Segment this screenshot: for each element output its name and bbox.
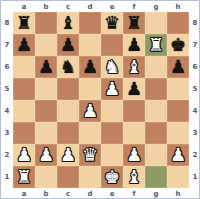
- square-b1[interactable]: [35, 166, 57, 188]
- square-d7[interactable]: [79, 34, 101, 56]
- file-label-d: d: [87, 190, 92, 198]
- square-c7[interactable]: ♟: [57, 34, 79, 56]
- square-g7[interactable]: ♜: [145, 34, 167, 56]
- square-d3[interactable]: [79, 122, 101, 144]
- white-pawn: ♟: [38, 144, 54, 166]
- file-label-e: e: [110, 190, 115, 198]
- black-pawn: ♟: [126, 34, 142, 56]
- square-f2[interactable]: ♟: [123, 144, 145, 166]
- square-a5[interactable]: [13, 78, 35, 100]
- rank-label-1: 1: [5, 173, 10, 181]
- file-labels-top: abcdefgh: [13, 1, 189, 12]
- square-d6[interactable]: ♟: [79, 56, 101, 78]
- square-a3[interactable]: [13, 122, 35, 144]
- square-b6[interactable]: ♟: [35, 56, 57, 78]
- square-c2[interactable]: ♟: [57, 144, 79, 166]
- rank-label-8: 8: [5, 19, 10, 27]
- square-d4[interactable]: ♟: [79, 100, 101, 122]
- square-c4[interactable]: [57, 100, 79, 122]
- square-g6[interactable]: [145, 56, 167, 78]
- square-a7[interactable]: ♟: [13, 34, 35, 56]
- file-label-f: f: [132, 3, 135, 11]
- square-e2[interactable]: [101, 144, 123, 166]
- file-label-b: b: [43, 3, 48, 11]
- file-label-c: c: [66, 190, 70, 198]
- white-knight: ♞: [104, 56, 120, 78]
- square-e3[interactable]: [101, 122, 123, 144]
- square-g5[interactable]: [145, 78, 167, 100]
- rank-label-6: 6: [5, 63, 10, 71]
- rank-label-3: 3: [5, 129, 10, 137]
- black-pawn: ♟: [170, 56, 186, 78]
- square-h1[interactable]: [167, 166, 189, 188]
- white-rook: ♜: [16, 166, 32, 188]
- black-pawn: ♟: [82, 56, 98, 78]
- white-pawn: ♟: [82, 100, 98, 122]
- white-king: ♚: [104, 166, 120, 188]
- square-a8[interactable]: ♜: [13, 12, 35, 34]
- rank-label-4: 4: [193, 107, 198, 115]
- square-h5[interactable]: [167, 78, 189, 100]
- rank-labels-right: 87654321: [189, 12, 200, 188]
- square-e4[interactable]: [101, 100, 123, 122]
- black-queen: ♛: [104, 12, 120, 34]
- file-label-a: a: [22, 190, 27, 198]
- square-b8[interactable]: [35, 12, 57, 34]
- square-e8[interactable]: ♛: [101, 12, 123, 34]
- file-label-d: d: [87, 3, 92, 11]
- black-pawn: ♟: [16, 34, 32, 56]
- square-e5[interactable]: ♟: [101, 78, 123, 100]
- white-pawn: ♟: [104, 78, 120, 100]
- rank-label-8: 8: [193, 19, 198, 27]
- white-rook: ♜: [148, 34, 164, 56]
- square-g3[interactable]: [145, 122, 167, 144]
- square-g4[interactable]: [145, 100, 167, 122]
- black-rook: ♜: [16, 12, 32, 34]
- rank-label-7: 7: [5, 41, 10, 49]
- square-g1[interactable]: [145, 166, 167, 188]
- square-f7[interactable]: ♟: [123, 34, 145, 56]
- file-label-b: b: [43, 190, 48, 198]
- rank-label-1: 1: [193, 173, 198, 181]
- square-a4[interactable]: [13, 100, 35, 122]
- rank-label-2: 2: [193, 151, 198, 159]
- rank-label-7: 7: [193, 41, 198, 49]
- square-h4[interactable]: [167, 100, 189, 122]
- black-bishop: ♝: [60, 12, 76, 34]
- square-b5[interactable]: [35, 78, 57, 100]
- chess-diagram: abcdefgh 87654321 ♜♝♛♜♟♟♟♜♚♟♞♟♞♝♟♟♟♟♟♟♟♛…: [0, 0, 200, 199]
- square-d2[interactable]: ♛: [79, 144, 101, 166]
- file-labels-bottom: abcdefgh: [13, 188, 189, 199]
- square-f1[interactable]: ♝: [123, 166, 145, 188]
- square-a1[interactable]: ♜: [13, 166, 35, 188]
- chess-board: ♜♝♛♜♟♟♟♜♚♟♞♟♞♝♟♟♟♟♟♟♟♛♟♟♜♚♝: [13, 12, 189, 188]
- black-pawn: ♟: [126, 78, 142, 100]
- square-h7[interactable]: ♚: [167, 34, 189, 56]
- black-rook: ♜: [126, 12, 142, 34]
- square-e6[interactable]: ♞: [101, 56, 123, 78]
- square-b2[interactable]: ♟: [35, 144, 57, 166]
- square-d5[interactable]: [79, 78, 101, 100]
- white-queen: ♛: [82, 144, 98, 166]
- rank-label-2: 2: [5, 151, 10, 159]
- file-label-h: h: [176, 190, 181, 198]
- square-a2[interactable]: ♟: [13, 144, 35, 166]
- square-g8[interactable]: [145, 12, 167, 34]
- rank-label-3: 3: [193, 129, 198, 137]
- square-f8[interactable]: ♜: [123, 12, 145, 34]
- file-label-e: e: [110, 3, 115, 11]
- square-c1[interactable]: [57, 166, 79, 188]
- square-c8[interactable]: ♝: [57, 12, 79, 34]
- square-f4[interactable]: [123, 100, 145, 122]
- square-h3[interactable]: [167, 122, 189, 144]
- square-d8[interactable]: [79, 12, 101, 34]
- square-h8[interactable]: [167, 12, 189, 34]
- square-e1[interactable]: ♚: [101, 166, 123, 188]
- square-a6[interactable]: [13, 56, 35, 78]
- square-f3[interactable]: [123, 122, 145, 144]
- white-pawn: ♟: [16, 144, 32, 166]
- black-king: ♚: [170, 34, 186, 56]
- black-knight: ♞: [60, 56, 76, 78]
- square-h2[interactable]: ♟: [167, 144, 189, 166]
- square-b7[interactable]: [35, 34, 57, 56]
- white-pawn: ♟: [60, 144, 76, 166]
- file-label-c: c: [66, 3, 70, 11]
- rank-label-4: 4: [5, 107, 10, 115]
- white-bishop: ♝: [126, 56, 142, 78]
- square-h6[interactable]: ♟: [167, 56, 189, 78]
- black-pawn: ♟: [38, 56, 54, 78]
- file-label-f: f: [132, 190, 135, 198]
- square-c3[interactable]: [57, 122, 79, 144]
- square-g2[interactable]: [145, 144, 167, 166]
- rank-label-6: 6: [193, 63, 198, 71]
- rank-label-5: 5: [5, 85, 10, 93]
- white-pawn: ♟: [170, 144, 186, 166]
- square-f5[interactable]: ♟: [123, 78, 145, 100]
- file-label-g: g: [153, 3, 158, 11]
- square-c6[interactable]: ♞: [57, 56, 79, 78]
- square-c5[interactable]: [57, 78, 79, 100]
- rank-label-5: 5: [193, 85, 198, 93]
- file-label-g: g: [153, 190, 158, 198]
- square-b4[interactable]: [35, 100, 57, 122]
- square-d1[interactable]: [79, 166, 101, 188]
- file-label-h: h: [176, 3, 181, 11]
- black-pawn: ♟: [60, 34, 76, 56]
- file-label-a: a: [22, 3, 27, 11]
- square-f6[interactable]: ♝: [123, 56, 145, 78]
- square-e7[interactable]: [101, 34, 123, 56]
- white-pawn: ♟: [126, 144, 142, 166]
- white-bishop: ♝: [126, 166, 142, 188]
- rank-labels-left: 87654321: [1, 12, 13, 188]
- square-b3[interactable]: [35, 122, 57, 144]
